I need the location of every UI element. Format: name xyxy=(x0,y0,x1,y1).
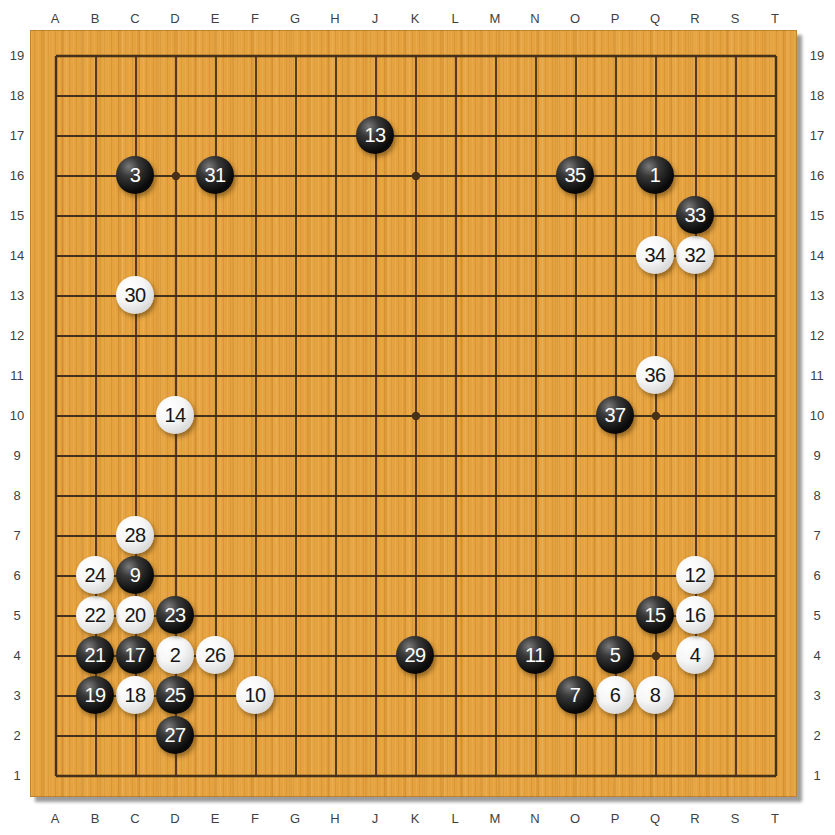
row-label-left-14: 14 xyxy=(10,248,24,263)
col-label-top-F: F xyxy=(251,11,259,26)
col-label-bottom-F: F xyxy=(251,811,259,826)
stone-black-13-J17[interactable]: 13 xyxy=(356,116,394,154)
col-label-top-R: R xyxy=(690,11,699,26)
stone-white-16-R5[interactable]: 16 xyxy=(676,596,714,634)
row-label-left-5: 5 xyxy=(13,608,20,623)
stone-white-26-E4[interactable]: 26 xyxy=(196,636,234,674)
row-label-left-15: 15 xyxy=(10,208,24,223)
stone-white-32-R14[interactable]: 32 xyxy=(676,236,714,274)
col-label-top-T: T xyxy=(771,11,779,26)
col-label-bottom-O: O xyxy=(570,811,580,826)
col-label-top-G: G xyxy=(290,11,300,26)
col-label-bottom-J: J xyxy=(372,811,379,826)
row-label-right-18: 18 xyxy=(810,88,824,103)
row-label-left-7: 7 xyxy=(13,528,20,543)
stone-white-18-C3[interactable]: 18 xyxy=(116,676,154,714)
row-label-left-9: 9 xyxy=(13,448,20,463)
col-label-top-D: D xyxy=(170,11,179,26)
row-label-right-9: 9 xyxy=(813,448,820,463)
col-label-top-H: H xyxy=(330,11,339,26)
row-label-right-12: 12 xyxy=(810,328,824,343)
stone-black-15-Q5[interactable]: 15 xyxy=(636,596,674,634)
col-label-bottom-L: L xyxy=(451,811,458,826)
row-label-left-13: 13 xyxy=(10,288,24,303)
col-label-bottom-H: H xyxy=(330,811,339,826)
row-label-right-8: 8 xyxy=(813,488,820,503)
col-label-bottom-A: A xyxy=(51,811,60,826)
stone-black-25-D3[interactable]: 25 xyxy=(156,676,194,714)
row-label-left-11: 11 xyxy=(10,368,24,383)
row-label-right-3: 3 xyxy=(813,688,820,703)
stone-white-10-F3[interactable]: 10 xyxy=(236,676,274,714)
row-label-right-15: 15 xyxy=(810,208,824,223)
col-label-top-L: L xyxy=(451,11,458,26)
stone-black-33-R15[interactable]: 33 xyxy=(676,196,714,234)
col-label-bottom-G: G xyxy=(290,811,300,826)
goban-stones-grid: 1234567891011121314151617181920212223242… xyxy=(35,35,795,795)
col-label-top-K: K xyxy=(411,11,420,26)
stone-white-30-C13[interactable]: 30 xyxy=(116,276,154,314)
col-label-top-C: C xyxy=(130,11,139,26)
stone-white-2-D4[interactable]: 2 xyxy=(156,636,194,674)
col-label-bottom-M: M xyxy=(490,811,501,826)
stone-black-27-D2[interactable]: 27 xyxy=(156,716,194,754)
col-label-top-M: M xyxy=(490,11,501,26)
col-label-top-A: A xyxy=(51,11,60,26)
stone-white-34-Q14[interactable]: 34 xyxy=(636,236,674,274)
stone-white-36-Q11[interactable]: 36 xyxy=(636,356,674,394)
col-label-bottom-K: K xyxy=(411,811,420,826)
row-label-right-16: 16 xyxy=(810,168,824,183)
stone-black-19-B3[interactable]: 19 xyxy=(76,676,114,714)
stone-black-23-D5[interactable]: 23 xyxy=(156,596,194,634)
row-label-left-4: 4 xyxy=(13,648,20,663)
stone-black-7-O3[interactable]: 7 xyxy=(556,676,594,714)
stone-black-11-N4[interactable]: 11 xyxy=(516,636,554,674)
row-label-left-16: 16 xyxy=(10,168,24,183)
row-label-right-2: 2 xyxy=(813,728,820,743)
row-label-right-17: 17 xyxy=(810,128,824,143)
col-label-bottom-P: P xyxy=(611,811,620,826)
row-label-left-18: 18 xyxy=(10,88,24,103)
stone-black-35-O16[interactable]: 35 xyxy=(556,156,594,194)
row-label-right-11: 11 xyxy=(810,368,824,383)
stone-white-28-C7[interactable]: 28 xyxy=(116,516,154,554)
row-label-right-14: 14 xyxy=(810,248,824,263)
row-label-right-1: 1 xyxy=(813,768,820,783)
col-label-top-N: N xyxy=(530,11,539,26)
col-label-bottom-B: B xyxy=(91,811,100,826)
stone-white-4-R4[interactable]: 4 xyxy=(676,636,714,674)
col-label-bottom-D: D xyxy=(170,811,179,826)
col-label-top-Q: Q xyxy=(650,11,660,26)
col-label-bottom-R: R xyxy=(690,811,699,826)
stone-white-14-D10[interactable]: 14 xyxy=(156,396,194,434)
row-label-right-13: 13 xyxy=(810,288,824,303)
row-label-left-12: 12 xyxy=(10,328,24,343)
row-label-right-7: 7 xyxy=(813,528,820,543)
row-label-right-4: 4 xyxy=(813,648,820,663)
row-label-right-6: 6 xyxy=(813,568,820,583)
row-label-left-2: 2 xyxy=(13,728,20,743)
row-label-left-19: 19 xyxy=(10,48,24,63)
col-label-bottom-E: E xyxy=(211,811,220,826)
col-label-top-P: P xyxy=(611,11,620,26)
stone-white-22-B5[interactable]: 22 xyxy=(76,596,114,634)
stone-black-17-C4[interactable]: 17 xyxy=(116,636,154,674)
go-board: 1234567891011121314151617181920212223242… xyxy=(30,30,797,797)
row-label-left-17: 17 xyxy=(10,128,24,143)
stone-black-31-E16[interactable]: 31 xyxy=(196,156,234,194)
col-label-top-O: O xyxy=(570,11,580,26)
row-label-right-5: 5 xyxy=(813,608,820,623)
col-label-bottom-Q: Q xyxy=(650,811,660,826)
col-label-top-J: J xyxy=(372,11,379,26)
stone-black-37-P10[interactable]: 37 xyxy=(596,396,634,434)
row-label-left-10: 10 xyxy=(10,408,24,423)
row-label-left-3: 3 xyxy=(13,688,20,703)
row-label-left-6: 6 xyxy=(13,568,20,583)
stone-black-29-K4[interactable]: 29 xyxy=(396,636,434,674)
stone-black-21-B4[interactable]: 21 xyxy=(76,636,114,674)
stone-black-1-Q16[interactable]: 1 xyxy=(636,156,674,194)
stone-white-24-B6[interactable]: 24 xyxy=(76,556,114,594)
col-label-top-B: B xyxy=(91,11,100,26)
stone-black-9-C6[interactable]: 9 xyxy=(116,556,154,594)
row-label-left-1: 1 xyxy=(13,768,20,783)
stone-white-6-P3[interactable]: 6 xyxy=(596,676,634,714)
row-label-right-19: 19 xyxy=(810,48,824,63)
stone-white-12-R6[interactable]: 12 xyxy=(676,556,714,594)
col-label-bottom-S: S xyxy=(731,811,740,826)
col-label-bottom-N: N xyxy=(530,811,539,826)
stone-white-8-Q3[interactable]: 8 xyxy=(636,676,674,714)
col-label-top-S: S xyxy=(731,11,740,26)
row-label-right-10: 10 xyxy=(810,408,824,423)
stone-black-5-P4[interactable]: 5 xyxy=(596,636,634,674)
stone-black-3-C16[interactable]: 3 xyxy=(116,156,154,194)
col-label-top-E: E xyxy=(211,11,220,26)
row-label-left-8: 8 xyxy=(13,488,20,503)
col-label-bottom-T: T xyxy=(771,811,779,826)
col-label-bottom-C: C xyxy=(130,811,139,826)
stone-white-20-C5[interactable]: 20 xyxy=(116,596,154,634)
